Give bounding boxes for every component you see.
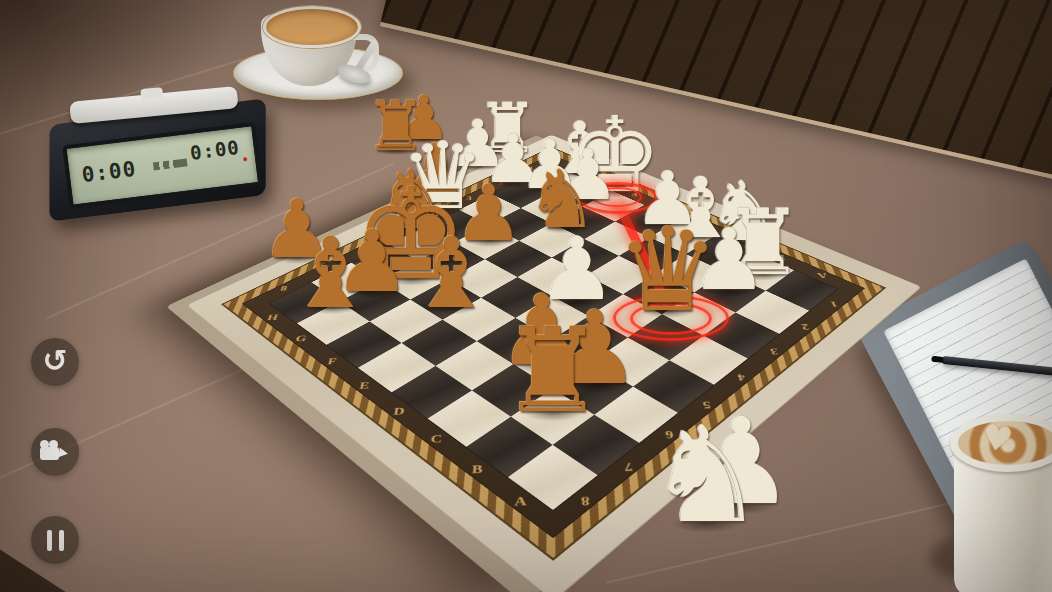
clock-indicator-dot <box>243 157 247 161</box>
coordinate-label: 7 <box>615 443 644 489</box>
coordinate-label: A <box>487 492 553 512</box>
undo-arrow-icon: ↺ <box>42 343 67 378</box>
coordinate-label: 1 <box>818 289 850 320</box>
coordinate-label: C <box>405 431 467 449</box>
coordinate-label: 8 <box>572 476 599 526</box>
coordinate-label: B <box>445 460 509 479</box>
coordinate-label: F <box>302 354 360 369</box>
pause-button[interactable] <box>31 516 79 564</box>
camera-button[interactable] <box>31 428 79 476</box>
clock-time-left: 0:00 <box>80 157 137 187</box>
black-rook-piece[interactable]: ♜ <box>501 313 605 429</box>
coordinate-label: G <box>273 332 330 346</box>
latte-mug: ♥ <box>948 408 1052 592</box>
video-camera-icon <box>40 442 70 462</box>
white-knight-piece[interactable]: ♞ <box>646 409 765 542</box>
coordinate-label: D <box>368 403 429 420</box>
coordinate-label: 4 <box>726 359 757 396</box>
clock-mode-icons <box>153 158 188 170</box>
pause-icon <box>47 530 64 551</box>
black-bishop-piece[interactable]: ♝ <box>409 225 496 322</box>
coordinate-label: E <box>334 378 393 394</box>
coordinate-label: 2 <box>789 311 821 344</box>
undo-button[interactable]: ↺ <box>31 338 79 386</box>
clock-time-right: 0:00 <box>189 136 241 164</box>
black-bishop-piece[interactable]: ♝ <box>288 225 375 322</box>
coordinate-label: 3 <box>759 334 791 369</box>
